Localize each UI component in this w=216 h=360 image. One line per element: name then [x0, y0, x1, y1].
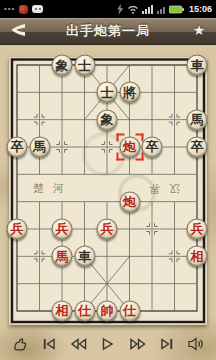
battery-icon	[169, 5, 184, 14]
wifi-icon	[127, 4, 139, 14]
piece-red-馬[interactable]: 馬	[52, 246, 73, 267]
playback-toolbar	[0, 330, 216, 358]
piece-red-炮[interactable]: 炮	[119, 191, 140, 212]
back-button[interactable]	[6, 22, 28, 40]
piece-black-車[interactable]: 車	[74, 246, 95, 267]
piece-red-兵[interactable]: 兵	[52, 218, 73, 239]
piece-red-相[interactable]: 相	[52, 300, 73, 321]
sound-icon	[188, 337, 204, 351]
more-icon: •••	[4, 0, 15, 18]
piece-red-兵[interactable]: 兵	[7, 218, 28, 239]
star-icon: ★	[193, 22, 206, 38]
river-label-right: 汉界	[140, 181, 180, 196]
piece-black-馬[interactable]: 馬	[29, 136, 50, 157]
piece-red-帥[interactable]: 帥	[97, 300, 118, 321]
piece-red-炮[interactable]: 炮	[119, 136, 140, 157]
forward-button[interactable]	[127, 334, 147, 354]
status-bar: ••• 15:06	[0, 0, 216, 18]
forward-icon	[129, 337, 146, 351]
app-screen: ••• 15:06 出手炮第一局 ★ 楚河 汉界 象士車士將象馬卒馬炮卒卒炮兵兵…	[0, 0, 216, 360]
status-time: 15:06	[189, 4, 212, 14]
piece-black-士[interactable]: 士	[74, 55, 95, 76]
message-icon	[32, 5, 43, 13]
rewind-icon	[70, 337, 87, 351]
play-button[interactable]	[98, 334, 118, 354]
piece-black-卒[interactable]: 卒	[187, 136, 208, 157]
piece-black-象[interactable]: 象	[97, 109, 118, 130]
piece-black-卒[interactable]: 卒	[142, 136, 163, 157]
piece-red-仕[interactable]: 仕	[119, 300, 140, 321]
favorite-button[interactable]: ★	[188, 20, 210, 40]
signal-icon	[142, 4, 154, 14]
page-title: 出手炮第一局	[0, 22, 216, 40]
piece-black-士[interactable]: 士	[97, 82, 118, 103]
piece-black-卒[interactable]: 卒	[7, 136, 28, 157]
like-button[interactable]	[10, 334, 30, 354]
rewind-button[interactable]	[69, 334, 89, 354]
like-icon	[12, 337, 28, 352]
title-bar: 出手炮第一局 ★	[0, 18, 216, 45]
piece-red-相[interactable]: 相	[187, 246, 208, 267]
river-label-left: 楚河	[33, 181, 73, 196]
first-move-button[interactable]	[39, 334, 59, 354]
play-icon	[101, 337, 114, 351]
last-move-button[interactable]	[157, 334, 177, 354]
sound-button[interactable]	[186, 334, 206, 354]
piece-black-象[interactable]: 象	[52, 55, 73, 76]
first-move-icon	[42, 337, 57, 351]
signal2-icon	[157, 4, 166, 14]
piece-black-車[interactable]: 車	[187, 55, 208, 76]
piece-black-馬[interactable]: 馬	[187, 109, 208, 130]
last-move-icon	[159, 337, 174, 351]
vibrate-icon	[116, 4, 124, 15]
piece-red-兵[interactable]: 兵	[187, 218, 208, 239]
phone-icon	[19, 5, 28, 14]
piece-red-兵[interactable]: 兵	[97, 218, 118, 239]
back-arrow-icon	[7, 22, 27, 38]
piece-black-將[interactable]: 將	[119, 82, 140, 103]
piece-red-仕[interactable]: 仕	[74, 300, 95, 321]
